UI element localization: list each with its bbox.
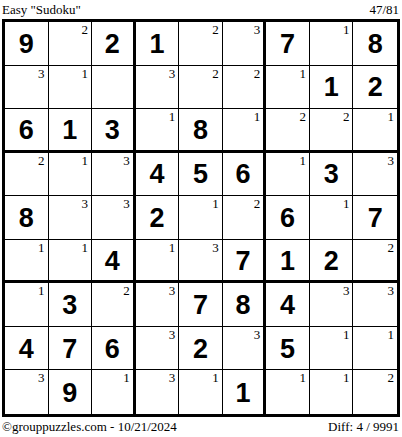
cell-value: 7 [280,29,295,58]
cell-r3c2[interactable]: 1 [49,109,93,153]
cell-r8c1[interactable]: 4 [5,327,49,371]
cell-r9c8[interactable]: 1 [310,370,354,414]
cell-value: 3 [105,115,120,144]
cell-r8c9[interactable]: 1 [353,327,397,371]
cell-value: 4 [19,334,34,363]
cell-value: 3 [324,159,339,188]
cell-r1c8[interactable]: 1 [310,22,354,66]
cell-value: 1 [236,378,251,407]
cell-r4c5[interactable]: 5 [179,153,223,197]
pencil-mark: 1 [388,109,395,124]
cell-r4c7[interactable]: 1 [266,153,310,197]
pencil-mark: 1 [299,370,306,385]
cell-r5c4[interactable]: 2 [136,196,180,240]
cell-r1c3[interactable]: 2 [92,22,136,66]
pencil-mark: 1 [388,327,395,342]
cell-value: 2 [324,246,339,275]
pencil-mark: 1 [82,66,89,81]
cell-value: 7 [62,334,77,363]
cell-r4c9[interactable]: 3 [353,153,397,197]
pencil-mark: 2 [299,109,306,124]
pencil-mark: 2 [212,66,219,81]
pencil-mark: 3 [388,283,395,298]
pencil-mark: 1 [299,153,306,168]
pencil-mark: 1 [82,240,89,255]
cell-value: 7 [193,290,208,319]
cell-r2c3[interactable] [92,66,136,110]
cell-r4c2[interactable]: 1 [49,153,93,197]
pencil-mark: 3 [82,196,89,211]
cell-r8c8[interactable]: 1 [310,327,354,371]
cell-r8c6[interactable]: 3 [223,327,267,371]
cell-r2c4[interactable]: 3 [136,66,180,110]
cell-value: 4 [105,246,120,275]
pencil-mark: 1 [254,109,261,124]
cell-r3c4[interactable]: 1 [136,109,180,153]
cell-r3c5[interactable]: 8 [179,109,223,153]
cell-r9c1[interactable]: 3 [5,370,49,414]
copyright-text: ©grouppuzzles.com - 10/21/2024 [2,420,177,434]
cell-value: 6 [280,203,295,232]
pencil-mark: 1 [212,196,219,211]
cell-value: 1 [149,29,164,58]
pencil-mark: 1 [82,153,89,168]
cell-r3c1[interactable]: 6 [5,109,49,153]
cell-value: 5 [193,159,208,188]
pencil-mark: 3 [38,66,45,81]
cell-value: 8 [236,290,251,319]
cell-r6c6[interactable]: 7 [223,240,267,284]
cell-r2c7[interactable]: 1 [266,66,310,110]
pencil-mark: 3 [169,66,176,81]
pencil-mark: 1 [38,283,45,298]
cell-r1c6[interactable]: 3 [223,22,267,66]
pencil-mark: 1 [343,196,350,211]
cell-value: 8 [368,29,383,58]
pencil-mark: 3 [388,153,395,168]
cell-r7c7[interactable]: 4 [266,283,310,327]
cell-r6c3[interactable]: 4 [92,240,136,284]
cell-value: 6 [105,334,120,363]
pencil-mark: 3 [212,240,219,255]
pencil-mark: 2 [254,66,261,81]
difficulty-text: Diff: 4 / 9991 [328,420,399,434]
cell-r9c7[interactable]: 1 [266,370,310,414]
cell-r8c2[interactable]: 7 [49,327,93,371]
cell-r5c3[interactable]: 3 [92,196,136,240]
cell-r7c3[interactable]: 2 [92,283,136,327]
cell-r9c9[interactable]: 2 [353,370,397,414]
cell-r3c6[interactable]: 1 [223,109,267,153]
cell-r1c5[interactable]: 2 [179,22,223,66]
cell-value: 2 [105,29,120,58]
cell-r5c8[interactable]: 1 [310,196,354,240]
pencil-mark: 1 [169,109,176,124]
cell-value: 3 [62,290,77,319]
cell-r8c5[interactable]: 2 [179,327,223,371]
cell-r5c1[interactable]: 8 [5,196,49,240]
cell-r3c8[interactable]: 2 [310,109,354,153]
cell-r6c9[interactable]: 2 [353,240,397,284]
pencil-mark: 3 [169,370,176,385]
pencil-mark: 3 [169,327,176,342]
cell-r1c7[interactable]: 7 [266,22,310,66]
cell-r6c1[interactable]: 1 [5,240,49,284]
pencil-mark: 1 [343,22,350,37]
pencil-mark: 2 [388,240,395,255]
cell-value: 1 [324,72,339,101]
pencil-mark: 1 [169,240,176,255]
cell-r8c4[interactable]: 3 [136,327,180,371]
cell-r1c2[interactable]: 2 [49,22,93,66]
cell-value: 5 [280,334,295,363]
pencil-mark: 3 [254,22,261,37]
cell-value: 8 [193,115,208,144]
cell-value: 8 [19,203,34,232]
cell-r1c4[interactable]: 1 [136,22,180,66]
cell-r2c5[interactable]: 2 [179,66,223,110]
progress-counter: 47/81 [369,2,399,17]
cell-r9c3[interactable]: 1 [92,370,136,414]
cell-r5c6[interactable]: 2 [223,196,267,240]
cell-value: 6 [19,115,34,144]
cell-value: 4 [280,290,295,319]
cell-value: 7 [368,203,383,232]
pencil-mark: 1 [38,240,45,255]
cell-r5c5[interactable]: 1 [179,196,223,240]
puzzle-title: Easy "Sudoku" [2,2,81,17]
cell-r8c3[interactable]: 6 [92,327,136,371]
pencil-mark: 3 [38,370,45,385]
pencil-mark: 2 [212,22,219,37]
cell-r7c6[interactable]: 8 [223,283,267,327]
cell-r6c5[interactable]: 3 [179,240,223,284]
cell-value: 4 [149,159,164,188]
cell-r9c5[interactable]: 1 [179,370,223,414]
cell-r2c2[interactable]: 1 [49,66,93,110]
pencil-mark: 2 [343,109,350,124]
pencil-mark: 1 [343,370,350,385]
cell-r9c2[interactable]: 9 [49,370,93,414]
sudoku-board: 9221237183132211261318122121345613383321… [2,19,400,417]
cell-r4c3[interactable]: 3 [92,153,136,197]
cell-r7c1[interactable]: 1 [5,283,49,327]
pencil-mark: 2 [388,370,395,385]
pencil-mark: 3 [343,283,350,298]
cell-r3c3[interactable]: 3 [92,109,136,153]
pencil-mark: 1 [123,370,130,385]
pencil-mark: 3 [169,283,176,298]
cell-value: 1 [62,115,77,144]
pencil-mark: 2 [254,196,261,211]
cell-r5c9[interactable]: 7 [353,196,397,240]
cell-r7c8[interactable]: 3 [310,283,354,327]
cell-r9c4[interactable]: 3 [136,370,180,414]
cell-r7c2[interactable]: 3 [49,283,93,327]
cell-value: 7 [236,246,251,275]
cell-r3c7[interactable]: 2 [266,109,310,153]
cell-r4c1[interactable]: 2 [5,153,49,197]
cell-value: 9 [62,378,77,407]
cell-r6c2[interactable]: 1 [49,240,93,284]
cell-r7c5[interactable]: 7 [179,283,223,327]
footer: ©grouppuzzles.com - 10/21/2024 Diff: 4 /… [0,417,402,434]
pencil-mark: 2 [123,283,130,298]
cell-value: 9 [19,29,34,58]
cell-r2c9[interactable]: 2 [353,66,397,110]
cell-r6c8[interactable]: 2 [310,240,354,284]
cell-r4c8[interactable]: 3 [310,153,354,197]
pencil-mark: 1 [343,327,350,342]
cell-r6c7[interactable]: 1 [266,240,310,284]
header: Easy "Sudoku" 47/81 [0,0,402,19]
cell-value: 2 [149,203,164,232]
cell-r6c4[interactable]: 1 [136,240,180,284]
cell-value: 2 [193,334,208,363]
cell-r4c4[interactable]: 4 [136,153,180,197]
cell-r9c6[interactable]: 1 [223,370,267,414]
pencil-mark: 1 [299,66,306,81]
cell-r1c1[interactable]: 9 [5,22,49,66]
cell-r7c4[interactable]: 3 [136,283,180,327]
cell-value: 1 [280,246,295,275]
cell-r1c9[interactable]: 8 [353,22,397,66]
cell-value: 6 [236,159,251,188]
pencil-mark: 2 [38,153,45,168]
cell-r5c7[interactable]: 6 [266,196,310,240]
cell-r2c6[interactable]: 2 [223,66,267,110]
cell-r3c9[interactable]: 1 [353,109,397,153]
pencil-mark: 2 [82,22,89,37]
pencil-mark: 3 [123,153,130,168]
pencil-mark: 3 [254,327,261,342]
cell-value: 2 [368,72,383,101]
cell-r8c7[interactable]: 5 [266,327,310,371]
cell-r2c8[interactable]: 1 [310,66,354,110]
pencil-mark: 1 [212,370,219,385]
cell-r2c1[interactable]: 3 [5,66,49,110]
pencil-mark: 3 [123,196,130,211]
cell-r7c9[interactable]: 3 [353,283,397,327]
cell-r4c6[interactable]: 6 [223,153,267,197]
cell-r5c2[interactable]: 3 [49,196,93,240]
